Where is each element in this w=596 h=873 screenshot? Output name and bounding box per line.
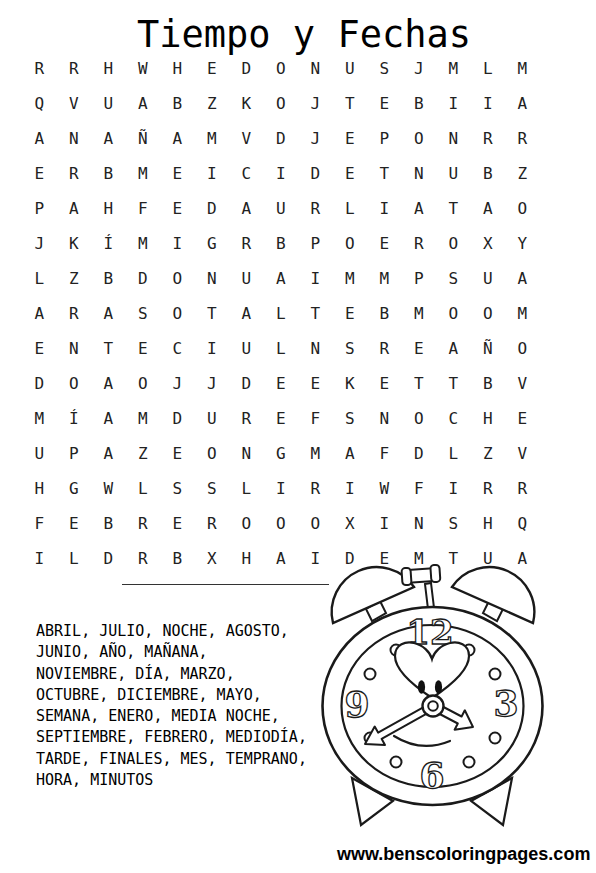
grid-cell: Q xyxy=(22,86,57,121)
grid-cell: J xyxy=(195,366,230,401)
grid-cell: A xyxy=(126,86,161,121)
grid-cell: J xyxy=(22,226,57,261)
grid-cell: M xyxy=(333,261,368,296)
grid-cell: R xyxy=(126,541,161,576)
grid-cell: I xyxy=(298,261,333,296)
grid-cell: S xyxy=(195,471,230,506)
grid-cell: H xyxy=(229,541,264,576)
grid-cell: A xyxy=(91,366,126,401)
grid-cell: A xyxy=(333,436,368,471)
grid-cell: S xyxy=(367,51,402,86)
grid-cell: R xyxy=(22,51,57,86)
grid-cell: U xyxy=(229,261,264,296)
grid-cell: L xyxy=(264,296,299,331)
grid-cell: I xyxy=(436,86,471,121)
grid-cell: U xyxy=(436,156,471,191)
grid-cell: M xyxy=(436,51,471,86)
grid-cell: O xyxy=(436,296,471,331)
hands-hub-center xyxy=(428,701,438,711)
grid-cell: J xyxy=(402,51,437,86)
grid-cell: A xyxy=(471,191,506,226)
grid-cell: O xyxy=(333,226,368,261)
grid-cell: S xyxy=(333,331,368,366)
grid-cell: D xyxy=(160,401,195,436)
grid-cell: E xyxy=(264,401,299,436)
grid-cell: N xyxy=(57,121,92,156)
grid-cell: J xyxy=(298,86,333,121)
grid-cell: E xyxy=(505,401,540,436)
grid-cell: G xyxy=(195,226,230,261)
grid-cell: I xyxy=(367,506,402,541)
grid-cell: T xyxy=(436,366,471,401)
grid-cell: R xyxy=(505,121,540,156)
grid-cell: S xyxy=(436,261,471,296)
grid-cell: D xyxy=(229,51,264,86)
grid-cell: R xyxy=(229,401,264,436)
grid-cell: D xyxy=(195,191,230,226)
grid-cell: A xyxy=(505,261,540,296)
grid-cell: A xyxy=(160,121,195,156)
grid-cell: N xyxy=(402,156,437,191)
grid-cell: N xyxy=(402,506,437,541)
grid-cell: L xyxy=(333,191,368,226)
grid-cell: U xyxy=(195,401,230,436)
grid-cell: U xyxy=(264,191,299,226)
grid-cell: A xyxy=(402,191,437,226)
grid-cell: H xyxy=(160,51,195,86)
grid-cell: D xyxy=(402,436,437,471)
grid-cell: A xyxy=(22,121,57,156)
grid-cell: P xyxy=(22,191,57,226)
grid-cell: H xyxy=(91,51,126,86)
grid-cell: A xyxy=(229,296,264,331)
grid-cell: E xyxy=(195,51,230,86)
grid-cell: P xyxy=(57,436,92,471)
grid-cell: I xyxy=(333,471,368,506)
grid-cell: R xyxy=(298,471,333,506)
grid-cell: T xyxy=(367,156,402,191)
grid-cell: X xyxy=(333,506,368,541)
grid-cell: N xyxy=(436,121,471,156)
grid-cell: O xyxy=(471,296,506,331)
grid-cell: A xyxy=(264,541,299,576)
grid-cell: S xyxy=(436,506,471,541)
word-list-line: JUNIO, AÑO, MAÑANA, xyxy=(36,642,307,663)
grid-cell: F xyxy=(126,191,161,226)
grid-cell: X xyxy=(195,541,230,576)
grid-cell: L xyxy=(229,471,264,506)
grid-cell: O xyxy=(402,401,437,436)
grid-cell: O xyxy=(195,436,230,471)
grid-cell: Z xyxy=(126,436,161,471)
grid-cell: U xyxy=(471,261,506,296)
grid-cell: B xyxy=(91,261,126,296)
grid-cell: D xyxy=(22,366,57,401)
grid-cell: L xyxy=(436,436,471,471)
grid-cell: H xyxy=(471,506,506,541)
grid-cell: O xyxy=(160,261,195,296)
grid-cell: V xyxy=(505,366,540,401)
grid-cell: B xyxy=(471,366,506,401)
grid-cell: E xyxy=(367,226,402,261)
grid-cell: Ñ xyxy=(471,331,506,366)
grid-cell: R xyxy=(57,296,92,331)
grid-cell: U xyxy=(333,51,368,86)
grid-cell: Q xyxy=(505,506,540,541)
grid-cell: I xyxy=(195,156,230,191)
grid-cell: N xyxy=(229,436,264,471)
divider-line xyxy=(122,584,329,585)
grid-cell: N xyxy=(367,401,402,436)
grid-cell: B xyxy=(160,541,195,576)
grid-cell: I xyxy=(436,471,471,506)
grid-cell: F xyxy=(367,436,402,471)
grid-cell: L xyxy=(471,51,506,86)
grid-cell: H xyxy=(91,191,126,226)
clock-number-6: 6 xyxy=(419,754,444,796)
grid-cell: E xyxy=(22,331,57,366)
clock-number-3: 3 xyxy=(493,682,518,724)
grid-cell: I xyxy=(22,541,57,576)
grid-cell: Z xyxy=(471,436,506,471)
grid-cell: D xyxy=(264,121,299,156)
grid-cell: B xyxy=(91,156,126,191)
grid-cell: C xyxy=(229,156,264,191)
grid-cell: B xyxy=(91,506,126,541)
website-url: www.benscoloringpages.com xyxy=(337,844,590,865)
grid-cell: I xyxy=(264,471,299,506)
grid-cell: F xyxy=(298,401,333,436)
grid-cell: E xyxy=(22,156,57,191)
grid-cell: R xyxy=(195,506,230,541)
grid-cell: R xyxy=(57,156,92,191)
grid-cell: E xyxy=(367,366,402,401)
grid-cell: F xyxy=(22,506,57,541)
grid-cell: S xyxy=(160,471,195,506)
grid-cell: T xyxy=(91,331,126,366)
grid-cell: B xyxy=(264,226,299,261)
grid-cell: A xyxy=(22,296,57,331)
grid-cell: Í xyxy=(91,226,126,261)
grid-cell: R xyxy=(126,506,161,541)
grid-cell: E xyxy=(333,156,368,191)
grid-cell: E xyxy=(298,366,333,401)
grid-cell: U xyxy=(22,436,57,471)
word-list: ABRIL, JULIO, NOCHE, AGOSTO,JUNIO, AÑO, … xyxy=(36,621,307,791)
grid-cell: C xyxy=(436,401,471,436)
grid-cell: R xyxy=(57,51,92,86)
grid-cell: M xyxy=(402,296,437,331)
grid-cell: P xyxy=(367,121,402,156)
grid-cell: E xyxy=(333,296,368,331)
grid-cell: E xyxy=(160,506,195,541)
grid-cell: M xyxy=(367,261,402,296)
grid-cell: L xyxy=(22,261,57,296)
grid-cell: A xyxy=(505,86,540,121)
grid-cell: R xyxy=(402,226,437,261)
grid-cell: M xyxy=(505,296,540,331)
grid-cell: O xyxy=(505,191,540,226)
grid-cell: R xyxy=(505,471,540,506)
grid-cell: C xyxy=(160,331,195,366)
grid-cell: E xyxy=(160,156,195,191)
grid-cell: M xyxy=(126,226,161,261)
grid-cell: A xyxy=(91,296,126,331)
grid-cell: J xyxy=(160,366,195,401)
grid-cell: L xyxy=(126,471,161,506)
grid-cell: M xyxy=(195,121,230,156)
grid-cell: I xyxy=(160,226,195,261)
grid-cell: Z xyxy=(57,261,92,296)
grid-cell: E xyxy=(160,436,195,471)
grid-cell: Z xyxy=(505,156,540,191)
grid-cell: I xyxy=(471,86,506,121)
grid-cell: D xyxy=(126,261,161,296)
grid-cell: D xyxy=(91,541,126,576)
grid-cell: K xyxy=(229,86,264,121)
grid-cell: X xyxy=(471,226,506,261)
word-list-line: SEMANA, ENERO, MEDIA NOCHE, xyxy=(36,706,307,727)
grid-cell: O xyxy=(436,226,471,261)
grid-cell: R xyxy=(367,331,402,366)
grid-cell: M xyxy=(505,51,540,86)
grid-cell: N xyxy=(298,331,333,366)
alarm-clock-illustration: 12 3 6 9 xyxy=(314,560,548,832)
grid-cell: N xyxy=(298,51,333,86)
grid-cell: E xyxy=(126,331,161,366)
grid-cell: V xyxy=(57,86,92,121)
grid-cell: E xyxy=(367,86,402,121)
worksheet-page: { "game": "word-search", "title": "Tiemp… xyxy=(0,0,596,873)
grid-cell: I xyxy=(367,191,402,226)
grid-cell: M xyxy=(298,436,333,471)
grid-cell: O xyxy=(126,366,161,401)
grid-cell: O xyxy=(229,506,264,541)
grid-cell: O xyxy=(264,506,299,541)
grid-cell: S xyxy=(333,401,368,436)
word-list-line: SEPTIEMBRE, FEBRERO, MEDIODÍA, xyxy=(36,727,307,748)
word-list-line: HORA, MINUTOS xyxy=(36,770,307,791)
grid-cell: N xyxy=(57,331,92,366)
grid-cell: Y xyxy=(505,226,540,261)
grid-cell: P xyxy=(298,226,333,261)
grid-cell: A xyxy=(57,191,92,226)
grid-cell: B xyxy=(160,86,195,121)
grid-cell: K xyxy=(333,366,368,401)
grid-cell: B xyxy=(402,86,437,121)
grid-cell: M xyxy=(126,401,161,436)
grid-cell: G xyxy=(57,471,92,506)
grid-cell: U xyxy=(229,331,264,366)
grid-cell: E xyxy=(160,191,195,226)
grid-cell: L xyxy=(264,331,299,366)
grid-cell: E xyxy=(402,331,437,366)
grid-cell: G xyxy=(264,436,299,471)
word-list-line: ABRIL, JULIO, NOCHE, AGOSTO, xyxy=(36,621,307,642)
grid-cell: B xyxy=(471,156,506,191)
grid-cell: A xyxy=(91,121,126,156)
grid-cell: A xyxy=(91,436,126,471)
grid-cell: O xyxy=(160,296,195,331)
grid-cell: I xyxy=(264,156,299,191)
word-list-line: TARDE, FINALES, MES, TEMPRANO, xyxy=(36,749,307,770)
grid-cell: E xyxy=(57,506,92,541)
grid-cell: B xyxy=(367,296,402,331)
grid-cell: L xyxy=(57,541,92,576)
grid-cell: P xyxy=(402,261,437,296)
hammer-icon xyxy=(401,565,440,586)
grid-cell: F xyxy=(402,471,437,506)
word-grid: RRHWHEDONUSJMLMQVUABZKOJTEBIIAANAÑAMVDJE… xyxy=(22,51,540,576)
grid-cell: T xyxy=(436,191,471,226)
grid-cell: S xyxy=(126,296,161,331)
grid-cell: A xyxy=(229,191,264,226)
grid-cell: I xyxy=(195,331,230,366)
grid-cell: T xyxy=(298,296,333,331)
grid-cell: R xyxy=(229,226,264,261)
grid-cell: M xyxy=(126,156,161,191)
grid-cell: Í xyxy=(57,401,92,436)
grid-cell: O xyxy=(505,331,540,366)
grid-cell: W xyxy=(126,51,161,86)
grid-cell: V xyxy=(229,121,264,156)
grid-cell: A xyxy=(91,401,126,436)
grid-cell: V xyxy=(505,436,540,471)
grid-cell: A xyxy=(436,331,471,366)
grid-cell: M xyxy=(22,401,57,436)
grid-cell: N xyxy=(195,261,230,296)
grid-cell: D xyxy=(298,156,333,191)
grid-cell: R xyxy=(298,191,333,226)
grid-cell: W xyxy=(91,471,126,506)
grid-cell: T xyxy=(333,86,368,121)
grid-cell: W xyxy=(367,471,402,506)
grid-cell: H xyxy=(471,401,506,436)
grid-cell: Ñ xyxy=(126,121,161,156)
grid-cell: H xyxy=(22,471,57,506)
grid-cell: T xyxy=(402,366,437,401)
word-list-line: OCTUBRE, DICIEMBRE, MAYO, xyxy=(36,685,307,706)
grid-cell: R xyxy=(471,121,506,156)
grid-cell: J xyxy=(298,121,333,156)
grid-cell: Z xyxy=(195,86,230,121)
grid-cell: E xyxy=(333,121,368,156)
grid-cell: D xyxy=(229,366,264,401)
grid-cell: E xyxy=(264,366,299,401)
grid-cell: O xyxy=(57,366,92,401)
page-title: Tiempo y Fechas xyxy=(12,13,596,56)
grid-cell: U xyxy=(91,86,126,121)
grid-cell: A xyxy=(264,261,299,296)
clock-number-9: 9 xyxy=(344,683,369,725)
grid-cell: K xyxy=(57,226,92,261)
grid-cell: O xyxy=(402,121,437,156)
word-list-line: NOVIEMBRE, DÍA, MARZO, xyxy=(36,664,307,685)
grid-cell: O xyxy=(298,506,333,541)
grid-cell: T xyxy=(195,296,230,331)
grid-cell: O xyxy=(264,86,299,121)
grid-cell: R xyxy=(471,471,506,506)
grid-cell: O xyxy=(264,51,299,86)
hammer-stem xyxy=(425,583,434,609)
